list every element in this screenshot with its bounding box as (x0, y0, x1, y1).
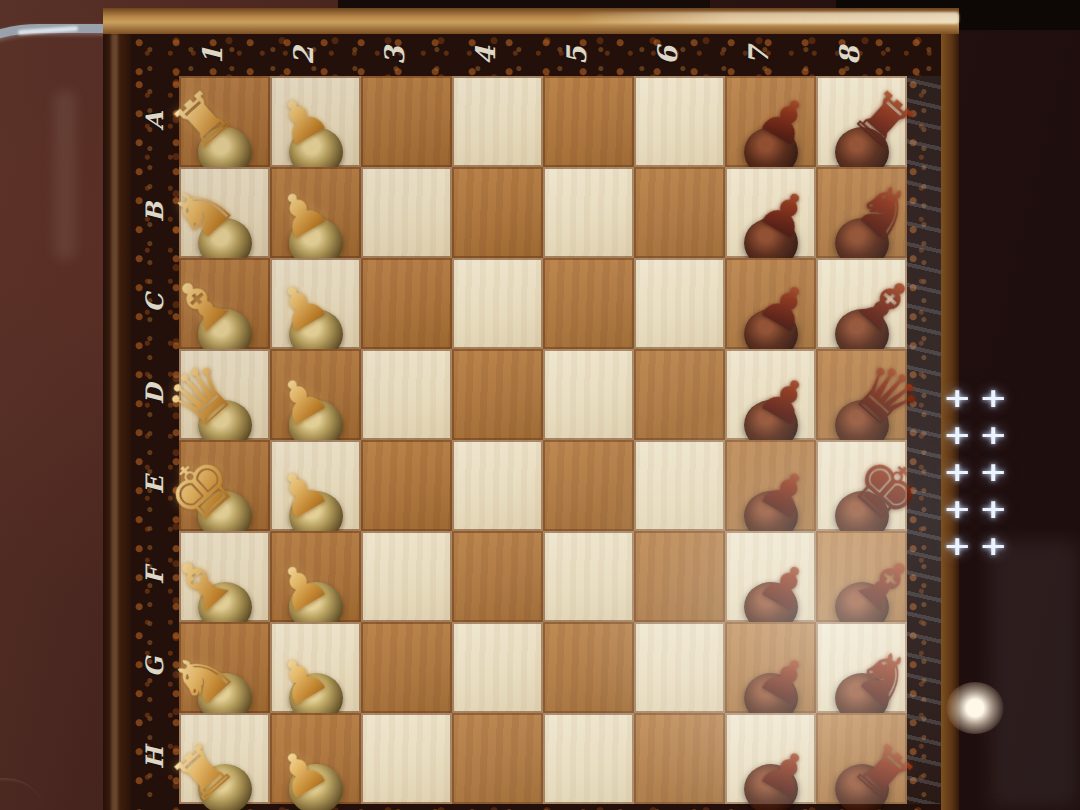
piece-base (198, 764, 252, 810)
square-h7[interactable]: ♟ (725, 713, 816, 804)
board-frame-left-edge (103, 34, 131, 810)
square-e7[interactable]: ♟ (725, 440, 816, 531)
rank-label-7: 7 (743, 41, 774, 71)
square-c6[interactable] (634, 258, 725, 349)
white-pawn-b2[interactable]: ♟ (270, 167, 361, 258)
square-a4[interactable] (452, 76, 543, 167)
black-knight-g8[interactable]: ♞ (816, 622, 907, 713)
square-b6[interactable] (634, 167, 725, 258)
square-d3[interactable] (361, 349, 452, 440)
window-glint: + (979, 383, 1008, 410)
square-e1[interactable]: ♚ (179, 440, 270, 531)
square-d8[interactable]: ♛ (816, 349, 907, 440)
rank-labels-band: 12345678 (131, 34, 941, 76)
piece-glyph: ♟ (265, 643, 336, 717)
board-frame-top-edge (103, 8, 959, 34)
piece-glyph: ♟ (750, 643, 821, 717)
file-label-E: E (140, 470, 170, 500)
rank-label-3: 3 (379, 41, 410, 71)
square-e8[interactable]: ♚ (816, 440, 907, 531)
white-pawn-g2[interactable]: ♟ (270, 622, 361, 713)
square-a8[interactable]: ♜ (816, 76, 907, 167)
white-bishop-c1[interactable]: ♝ (179, 258, 270, 349)
file-label-B: B (140, 197, 170, 227)
square-e4[interactable] (452, 440, 543, 531)
file-label-G: G (140, 652, 170, 682)
square-c3[interactable] (361, 258, 452, 349)
square-f1[interactable]: ♝ (179, 531, 270, 622)
square-f8[interactable]: ♝ (816, 531, 907, 622)
window-glint: + (979, 494, 1008, 521)
table-light-streak (54, 90, 76, 260)
black-pawn-b7[interactable]: ♟ (725, 167, 816, 258)
white-bishop-f1[interactable]: ♝ (179, 531, 270, 622)
file-labels-band: ABCDEFGH (131, 76, 179, 810)
white-pawn-e2[interactable]: ♟ (270, 440, 361, 531)
black-pawn-f7[interactable]: ♟ (725, 531, 816, 622)
square-a7[interactable]: ♟ (725, 76, 816, 167)
square-f6[interactable] (634, 531, 725, 622)
window-glint: + (979, 420, 1008, 447)
white-rook-h1[interactable]: ♜ (179, 713, 270, 804)
table-sheen (990, 540, 1080, 810)
square-c7[interactable]: ♟ (725, 258, 816, 349)
white-pawn-d2[interactable]: ♟ (270, 349, 361, 440)
black-pawn-g7[interactable]: ♟ (725, 622, 816, 713)
square-g1[interactable]: ♞ (179, 622, 270, 713)
white-pawn-f2[interactable]: ♟ (270, 531, 361, 622)
white-pawn-h2[interactable]: ♟ (270, 713, 361, 804)
window-glint: + (943, 531, 972, 558)
square-b8[interactable]: ♞ (816, 167, 907, 258)
piece-glyph: ♟ (750, 176, 821, 250)
black-queen-d8[interactable]: ♛ (816, 349, 907, 440)
white-pawn-a2[interactable]: ♟ (270, 76, 361, 167)
square-e2[interactable]: ♟ (270, 440, 361, 531)
file-label-C: C (140, 288, 170, 318)
piece-glyph: ♟ (750, 736, 821, 810)
piece-glyph: ♟ (750, 270, 821, 344)
chessboard[interactable]: 12345678 ABCDEFGH ♜♟♟♜♞♟♟♞♝♟♟♝♛♟♟♛♚♟♟♚♝♟… (95, 6, 963, 810)
piece-glyph: ♟ (265, 549, 336, 623)
square-b2[interactable]: ♟ (270, 167, 361, 258)
square-c4[interactable] (452, 258, 543, 349)
file-label-D: D (140, 379, 170, 409)
piece-glyph: ♟ (265, 363, 336, 437)
square-b7[interactable]: ♟ (725, 167, 816, 258)
piece-glyph: ♟ (265, 736, 336, 810)
black-pawn-a7[interactable]: ♟ (725, 76, 816, 167)
black-rook-h8[interactable]: ♜ (816, 713, 907, 804)
square-h8[interactable]: ♜ (816, 713, 907, 804)
white-pawn-c2[interactable]: ♟ (270, 258, 361, 349)
border-right-band (905, 76, 941, 810)
square-d4[interactable] (452, 349, 543, 440)
square-g7[interactable]: ♟ (725, 622, 816, 713)
window-glint: + (943, 457, 972, 484)
rank-label-5: 5 (561, 41, 592, 71)
piece-base (744, 764, 798, 810)
square-g5[interactable] (543, 622, 634, 713)
square-c1[interactable]: ♝ (179, 258, 270, 349)
white-knight-b1[interactable]: ♞ (179, 167, 270, 258)
square-f2[interactable]: ♟ (270, 531, 361, 622)
window-glint: + (979, 531, 1008, 558)
square-c2[interactable]: ♟ (270, 258, 361, 349)
square-f5[interactable] (543, 531, 634, 622)
black-pawn-e7[interactable]: ♟ (725, 440, 816, 531)
square-e3[interactable] (361, 440, 452, 531)
window-glint: + (943, 383, 972, 410)
rank-label-1: 1 (197, 41, 228, 71)
rank-label-6: 6 (652, 41, 683, 71)
square-e6[interactable] (634, 440, 725, 531)
black-knight-b8[interactable]: ♞ (816, 167, 907, 258)
square-g4[interactable] (452, 622, 543, 713)
window-glint: + (943, 420, 972, 447)
square-d5[interactable] (543, 349, 634, 440)
black-pawn-h7[interactable]: ♟ (725, 713, 816, 804)
table-corner-curve (0, 778, 46, 810)
square-h6[interactable] (634, 713, 725, 804)
square-f4[interactable] (452, 531, 543, 622)
square-b4[interactable] (452, 167, 543, 258)
rank-label-2: 2 (288, 41, 319, 71)
piece-glyph: ♟ (750, 456, 821, 530)
table-scene: 12345678 ABCDEFGH ♜♟♟♜♞♟♟♞♝♟♟♝♛♟♟♛♚♟♟♚♝♟… (0, 0, 1080, 810)
piece-glyph: ♟ (265, 83, 336, 157)
black-rook-a8[interactable]: ♜ (816, 76, 907, 167)
square-d2[interactable]: ♟ (270, 349, 361, 440)
square-a6[interactable] (634, 76, 725, 167)
piece-glyph: ♟ (750, 83, 821, 157)
black-pawn-c7[interactable]: ♟ (725, 258, 816, 349)
square-g6[interactable] (634, 622, 725, 713)
square-a3[interactable] (361, 76, 452, 167)
white-rook-a1[interactable]: ♜ (179, 76, 270, 167)
square-a2[interactable]: ♟ (270, 76, 361, 167)
black-bishop-f8[interactable]: ♝ (816, 531, 907, 622)
square-h1[interactable]: ♜ (179, 713, 270, 804)
square-b1[interactable]: ♞ (179, 167, 270, 258)
piece-glyph: ♟ (750, 549, 821, 623)
rank-label-8: 8 (834, 41, 865, 71)
black-bishop-c8[interactable]: ♝ (816, 258, 907, 349)
square-d1[interactable]: ♛ (179, 349, 270, 440)
file-label-A: A (140, 106, 170, 136)
square-f3[interactable] (361, 531, 452, 622)
piece-glyph: ♟ (265, 176, 336, 250)
rank-label-4: 4 (470, 41, 501, 71)
square-f7[interactable]: ♟ (725, 531, 816, 622)
square-a5[interactable] (543, 76, 634, 167)
square-g8[interactable]: ♞ (816, 622, 907, 713)
border-bottom-band (131, 804, 941, 810)
light-glow-reflection (946, 682, 1004, 734)
window-glint: + (943, 494, 972, 521)
piece-glyph: ♟ (265, 456, 336, 530)
square-h4[interactable] (452, 713, 543, 804)
board-grid: ♜♟♟♜♞♟♟♞♝♟♟♝♛♟♟♛♚♟♟♚♝♟♟♝♞♟♟♞♜♟♟♜ (179, 76, 907, 804)
window-glint: + (979, 457, 1008, 484)
square-b5[interactable] (543, 167, 634, 258)
square-e5[interactable] (543, 440, 634, 531)
square-h2[interactable]: ♟ (270, 713, 361, 804)
square-h3[interactable] (361, 713, 452, 804)
square-d6[interactable] (634, 349, 725, 440)
file-label-F: F (140, 561, 170, 591)
square-g3[interactable] (361, 622, 452, 713)
square-h5[interactable] (543, 713, 634, 804)
black-king-e8[interactable]: ♚ (816, 440, 907, 531)
piece-base (835, 764, 889, 810)
square-c8[interactable]: ♝ (816, 258, 907, 349)
file-label-H: H (140, 743, 170, 773)
white-queen-d1[interactable]: ♛ (179, 349, 270, 440)
piece-glyph: ♟ (265, 270, 336, 344)
white-king-e1[interactable]: ♚ (179, 440, 270, 531)
black-pawn-d7[interactable]: ♟ (725, 349, 816, 440)
square-d7[interactable]: ♟ (725, 349, 816, 440)
piece-glyph: ♟ (750, 363, 821, 437)
piece-base (289, 764, 343, 810)
white-knight-g1[interactable]: ♞ (179, 622, 270, 713)
square-g2[interactable]: ♟ (270, 622, 361, 713)
square-b3[interactable] (361, 167, 452, 258)
square-a1[interactable]: ♜ (179, 76, 270, 167)
square-c5[interactable] (543, 258, 634, 349)
